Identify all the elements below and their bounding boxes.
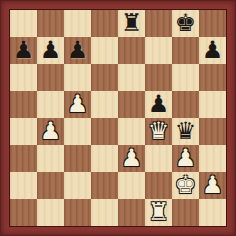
square-e4[interactable] xyxy=(118,118,145,145)
square-d5[interactable] xyxy=(91,91,118,118)
square-e3[interactable]: ♟ xyxy=(118,145,145,172)
square-h6[interactable] xyxy=(199,64,226,91)
square-b3[interactable] xyxy=(37,145,64,172)
square-e5[interactable] xyxy=(118,91,145,118)
square-b2[interactable] xyxy=(37,172,64,199)
square-f4[interactable]: ♛ xyxy=(145,118,172,145)
square-c4[interactable] xyxy=(64,118,91,145)
square-a4[interactable] xyxy=(10,118,37,145)
square-e6[interactable] xyxy=(118,64,145,91)
white-pawn[interactable]: ♟ xyxy=(40,118,62,145)
square-c7[interactable]: ♟ xyxy=(64,37,91,64)
chess-board: ♜♚♟♟♟♟♟♟♟♛♛♟♟♚♟♜ xyxy=(10,10,226,226)
white-pawn[interactable]: ♟ xyxy=(202,172,224,199)
black-rook[interactable]: ♜ xyxy=(121,10,143,37)
square-h4[interactable] xyxy=(199,118,226,145)
white-king[interactable]: ♚ xyxy=(175,172,197,199)
square-c3[interactable] xyxy=(64,145,91,172)
square-h3[interactable] xyxy=(199,145,226,172)
square-c6[interactable] xyxy=(64,64,91,91)
square-g8[interactable]: ♚ xyxy=(172,10,199,37)
square-d8[interactable] xyxy=(91,10,118,37)
square-g2[interactable]: ♚ xyxy=(172,172,199,199)
black-pawn[interactable]: ♟ xyxy=(202,37,224,64)
square-g7[interactable] xyxy=(172,37,199,64)
square-a5[interactable] xyxy=(10,91,37,118)
square-c1[interactable] xyxy=(64,199,91,226)
square-e7[interactable] xyxy=(118,37,145,64)
square-b7[interactable]: ♟ xyxy=(37,37,64,64)
square-h7[interactable]: ♟ xyxy=(199,37,226,64)
square-a6[interactable] xyxy=(10,64,37,91)
square-c2[interactable] xyxy=(64,172,91,199)
square-h1[interactable] xyxy=(199,199,226,226)
square-h5[interactable] xyxy=(199,91,226,118)
black-pawn[interactable]: ♟ xyxy=(148,91,170,118)
square-d4[interactable] xyxy=(91,118,118,145)
square-f8[interactable] xyxy=(145,10,172,37)
white-queen[interactable]: ♛ xyxy=(148,118,170,145)
square-g5[interactable] xyxy=(172,91,199,118)
square-a2[interactable] xyxy=(10,172,37,199)
square-b8[interactable] xyxy=(37,10,64,37)
black-queen[interactable]: ♛ xyxy=(175,118,197,145)
square-a1[interactable] xyxy=(10,199,37,226)
square-f1[interactable]: ♜ xyxy=(145,199,172,226)
square-b4[interactable]: ♟ xyxy=(37,118,64,145)
white-pawn[interactable]: ♟ xyxy=(121,145,143,172)
black-pawn[interactable]: ♟ xyxy=(67,37,89,64)
square-d6[interactable] xyxy=(91,64,118,91)
black-pawn[interactable]: ♟ xyxy=(13,37,35,64)
square-c5[interactable]: ♟ xyxy=(64,91,91,118)
square-f6[interactable] xyxy=(145,64,172,91)
black-pawn[interactable]: ♟ xyxy=(40,37,62,64)
square-e8[interactable]: ♜ xyxy=(118,10,145,37)
white-pawn[interactable]: ♟ xyxy=(175,145,197,172)
square-f2[interactable] xyxy=(145,172,172,199)
square-g4[interactable]: ♛ xyxy=(172,118,199,145)
square-e2[interactable] xyxy=(118,172,145,199)
square-c8[interactable] xyxy=(64,10,91,37)
square-h2[interactable]: ♟ xyxy=(199,172,226,199)
square-a8[interactable] xyxy=(10,10,37,37)
square-g1[interactable] xyxy=(172,199,199,226)
square-e1[interactable] xyxy=(118,199,145,226)
board-frame: ♜♚♟♟♟♟♟♟♟♛♛♟♟♚♟♜ xyxy=(0,0,236,236)
square-f5[interactable]: ♟ xyxy=(145,91,172,118)
square-g6[interactable] xyxy=(172,64,199,91)
square-b5[interactable] xyxy=(37,91,64,118)
white-rook[interactable]: ♜ xyxy=(148,199,170,226)
square-b1[interactable] xyxy=(37,199,64,226)
square-h8[interactable] xyxy=(199,10,226,37)
square-d3[interactable] xyxy=(91,145,118,172)
square-f7[interactable] xyxy=(145,37,172,64)
square-f3[interactable] xyxy=(145,145,172,172)
square-d1[interactable] xyxy=(91,199,118,226)
black-king[interactable]: ♚ xyxy=(175,10,197,37)
square-b6[interactable] xyxy=(37,64,64,91)
square-d7[interactable] xyxy=(91,37,118,64)
square-g3[interactable]: ♟ xyxy=(172,145,199,172)
white-pawn[interactable]: ♟ xyxy=(67,91,89,118)
square-d2[interactable] xyxy=(91,172,118,199)
square-a3[interactable] xyxy=(10,145,37,172)
square-a7[interactable]: ♟ xyxy=(10,37,37,64)
